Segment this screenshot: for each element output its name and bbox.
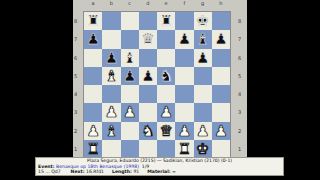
rank-label-1: 1 (238, 140, 241, 158)
file-label-d: d (139, 1, 157, 6)
square-b6[interactable]: ♟ (102, 49, 120, 67)
square-c5[interactable]: ♟ (121, 67, 139, 85)
square-c2[interactable] (121, 122, 139, 140)
square-a2[interactable]: ♟ (84, 122, 102, 140)
black-pawn-g6[interactable]: ♟ (196, 49, 209, 67)
square-f8[interactable] (175, 12, 193, 30)
white-pawn-c3[interactable]: ♟ (123, 103, 136, 121)
white-pawn-h2[interactable]: ♟ (214, 122, 227, 140)
file-label-a: a (84, 1, 102, 6)
event-label: Event: (38, 164, 55, 169)
square-f6[interactable] (175, 49, 193, 67)
black-pawn-b6[interactable]: ♟ (105, 49, 118, 67)
rank-label-5: 5 (238, 67, 241, 85)
file-labels-top: abcdefgh (84, 1, 230, 6)
black-pawn-c5[interactable]: ♟ (123, 67, 136, 85)
file-label-f: f (175, 1, 193, 6)
rank-label-4: 4 (74, 85, 77, 103)
next-label: Next: (71, 169, 85, 174)
square-d3[interactable] (139, 103, 157, 121)
rank-labels-right: 87654321 (238, 12, 241, 158)
square-h4[interactable] (212, 85, 230, 103)
board-squares: ♜♜♚♟♛♟♝♟♟♝♟♝♟♟♞♟♟♟♟♝♞♛♟♟♟♜♜♚ (84, 12, 230, 158)
square-f4[interactable] (175, 85, 193, 103)
rank-label-8: 8 (74, 12, 77, 30)
white-pawn-g2[interactable]: ♟ (196, 122, 209, 140)
square-d5[interactable]: ♟ (139, 67, 157, 85)
square-e5[interactable]: ♞ (157, 67, 175, 85)
square-e6[interactable] (157, 49, 175, 67)
black-bishop-c6[interactable]: ♝ (123, 49, 136, 67)
black-queen-d7[interactable]: ♛ (141, 30, 154, 48)
square-b8[interactable] (102, 12, 120, 30)
square-b5[interactable]: ♝ (102, 67, 120, 85)
square-g2[interactable]: ♟ (194, 122, 212, 140)
white-pawn-f2[interactable]: ♟ (178, 122, 191, 140)
square-e3[interactable]: ♟ (157, 103, 175, 121)
white-knight-d2[interactable]: ♞ (141, 122, 154, 140)
rank-label-4: 4 (238, 85, 241, 103)
square-d2[interactable]: ♞ (139, 122, 157, 140)
rank-label-8: 8 (238, 12, 241, 30)
square-h3[interactable] (212, 103, 230, 121)
square-f5[interactable] (175, 67, 193, 85)
length-label: Length: (112, 169, 132, 174)
event-link[interactable]: Benasque op 18th Benasque (1998) (56, 164, 139, 169)
rank-label-1: 1 (74, 140, 77, 158)
length-value: 91 (133, 169, 139, 174)
black-king-g8[interactable]: ♚ (196, 12, 209, 30)
square-c8[interactable] (121, 12, 139, 30)
rank-label-7: 7 (74, 30, 77, 48)
file-label-c: c (121, 1, 139, 6)
square-f2[interactable]: ♟ (175, 122, 193, 140)
black-rook-a8[interactable]: ♜ (86, 12, 99, 30)
file-label-b: b (102, 1, 120, 6)
square-a5[interactable] (84, 67, 102, 85)
rank-label-5: 5 (74, 67, 77, 85)
material-label: Material: (147, 169, 170, 174)
square-e4[interactable] (157, 85, 175, 103)
black-pawn-h7[interactable]: ♟ (214, 30, 227, 48)
square-h8[interactable] (212, 12, 230, 30)
square-h5[interactable] (212, 67, 230, 85)
rank-label-3: 3 (74, 103, 77, 121)
square-d6[interactable] (139, 49, 157, 67)
square-a3[interactable] (84, 103, 102, 121)
square-g6[interactable]: ♟ (194, 49, 212, 67)
material-value: = (172, 169, 176, 174)
square-e7[interactable] (157, 30, 175, 48)
black-pawn-a7[interactable]: ♟ (86, 30, 99, 48)
rank-label-3: 3 (238, 103, 241, 121)
file-label-g: g (194, 1, 212, 6)
square-g5[interactable] (194, 67, 212, 85)
rank-label-6: 6 (238, 49, 241, 67)
rank-labels-left: 87654321 (74, 12, 77, 158)
square-h7[interactable]: ♟ (212, 30, 230, 48)
chess-board-panel: abcdefgh 87654321 ♜♜♚♟♛♟♝♟♟♝♟♝♟♟♞♟♟♟♟♝♞♛… (73, 0, 247, 163)
file-label-h: h (212, 1, 230, 6)
square-e2[interactable]: ♛ (157, 122, 175, 140)
square-a4[interactable] (84, 85, 102, 103)
square-d4[interactable] (139, 85, 157, 103)
black-pawn-f7[interactable]: ♟ (178, 30, 191, 48)
square-b2[interactable]: ♝ (102, 122, 120, 140)
file-label-e: e (157, 1, 175, 6)
square-g3[interactable] (194, 103, 212, 121)
square-b3[interactable]: ♟ (102, 103, 120, 121)
square-d8[interactable] (139, 12, 157, 30)
square-c4[interactable] (121, 85, 139, 103)
square-e8[interactable]: ♜ (157, 12, 175, 30)
square-h2[interactable]: ♟ (212, 122, 230, 140)
white-pawn-a2[interactable]: ♟ (86, 122, 99, 140)
square-a7[interactable]: ♟ (84, 30, 102, 48)
square-c3[interactable]: ♟ (121, 103, 139, 121)
game-info-panel: Plaza Segura, Eduardo (2215) — Sadikian,… (35, 157, 284, 176)
white-bishop-b5[interactable]: ♝ (105, 67, 118, 85)
square-b4[interactable] (102, 85, 120, 103)
rank-label-2: 2 (238, 122, 241, 140)
square-h6[interactable] (212, 49, 230, 67)
square-f7[interactable]: ♟ (175, 30, 193, 48)
square-g8[interactable]: ♚ (194, 12, 212, 30)
black-bishop-g7[interactable]: ♝ (196, 30, 209, 48)
rank-label-7: 7 (238, 30, 241, 48)
white-bishop-b2[interactable]: ♝ (105, 122, 118, 140)
black-rook-e8[interactable]: ♜ (159, 12, 172, 30)
rank-label-6: 6 (74, 49, 77, 67)
square-a8[interactable]: ♜ (84, 12, 102, 30)
square-a6[interactable] (84, 49, 102, 67)
square-f3[interactable] (175, 103, 193, 121)
move-line: 15 ... Qd7Next: 16.Rfd1Length: 91Materia… (36, 169, 283, 175)
white-pawn-e3[interactable]: ♟ (159, 103, 172, 121)
white-queen-e2[interactable]: ♛ (159, 122, 172, 140)
square-g4[interactable] (194, 85, 212, 103)
next-move: 16.Rfd1 (86, 169, 104, 174)
black-knight-e5[interactable]: ♞ (159, 67, 172, 85)
square-b7[interactable] (102, 30, 120, 48)
current-move: 15 ... Qd7 (38, 169, 61, 174)
square-d7[interactable]: ♛ (139, 30, 157, 48)
rank-label-2: 2 (74, 122, 77, 140)
square-g7[interactable]: ♝ (194, 30, 212, 48)
square-c6[interactable]: ♝ (121, 49, 139, 67)
black-pawn-d5[interactable]: ♟ (141, 67, 154, 85)
event-extra: 1/9 (142, 164, 149, 169)
white-pawn-b3[interactable]: ♟ (105, 103, 118, 121)
square-c7[interactable] (121, 30, 139, 48)
